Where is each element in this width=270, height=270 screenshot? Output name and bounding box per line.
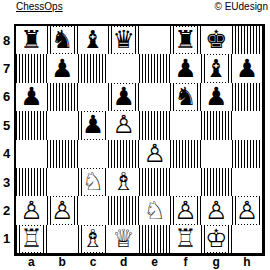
black-queen: ♛ <box>113 26 135 54</box>
square-h1[interactable] <box>232 225 263 253</box>
white-pawn: ♙ <box>174 197 196 225</box>
square-h3[interactable] <box>232 168 263 196</box>
square-b2[interactable]: ♙ <box>47 196 78 224</box>
white-king: ♔ <box>205 225 227 253</box>
square-c6[interactable] <box>78 83 109 111</box>
app-title: ChessOps <box>16 1 63 12</box>
square-c1[interactable]: ♗ <box>78 225 109 253</box>
square-e1[interactable] <box>139 225 170 253</box>
file-label-g: g <box>201 256 232 269</box>
square-a6[interactable]: ♟ <box>16 83 47 111</box>
square-g3[interactable] <box>201 168 232 196</box>
rank-labels: 87654321 <box>0 26 13 253</box>
square-h6[interactable] <box>232 83 263 111</box>
square-b6[interactable] <box>47 83 78 111</box>
square-h2[interactable]: ♙ <box>232 196 263 224</box>
file-label-c: c <box>78 256 109 269</box>
rank-label-1: 1 <box>0 225 13 253</box>
square-g4[interactable] <box>201 140 232 168</box>
black-king: ♚ <box>205 26 227 54</box>
black-pawn: ♟ <box>20 83 42 111</box>
square-e8[interactable] <box>139 26 170 54</box>
square-f6[interactable]: ♞ <box>170 83 201 111</box>
copyright-credit: © EUdesign <box>214 1 268 12</box>
file-label-b: b <box>47 256 78 269</box>
rank-label-8: 8 <box>0 26 13 54</box>
file-label-f: f <box>170 256 201 269</box>
rank-label-4: 4 <box>0 140 13 168</box>
file-label-d: d <box>108 256 139 269</box>
white-pawn: ♙ <box>236 197 258 225</box>
square-c7[interactable] <box>78 54 109 82</box>
square-f7[interactable]: ♟ <box>170 54 201 82</box>
file-label-a: a <box>16 256 47 269</box>
black-pawn: ♟ <box>82 111 104 139</box>
square-g5[interactable] <box>201 111 232 139</box>
square-d3[interactable]: ♗ <box>108 168 139 196</box>
rank-label-2: 2 <box>0 196 13 224</box>
square-a1[interactable]: ♖ <box>16 225 47 253</box>
square-e2[interactable]: ♘ <box>139 196 170 224</box>
square-g6[interactable]: ♟ <box>201 83 232 111</box>
rank-label-3: 3 <box>0 168 13 196</box>
square-e6[interactable] <box>139 83 170 111</box>
black-pawn: ♟ <box>174 55 196 83</box>
white-pawn: ♙ <box>143 140 165 168</box>
square-c3[interactable]: ♘ <box>78 168 109 196</box>
square-f2[interactable]: ♙ <box>170 196 201 224</box>
square-d8[interactable]: ♛ <box>108 26 139 54</box>
square-f8[interactable]: ♜ <box>170 26 201 54</box>
square-g1[interactable]: ♔ <box>201 225 232 253</box>
chess-board: ♜♞♝♛♜♚♟♟♝♟♟♟♞♟♟♙♙♘♗♙♙♘♙♙♙♖♗♕♖♔ <box>14 24 265 256</box>
rank-label-6: 6 <box>0 83 13 111</box>
rank-label-5: 5 <box>0 111 13 139</box>
file-label-e: e <box>139 256 170 269</box>
file-label-h: h <box>232 256 263 269</box>
square-c2[interactable] <box>78 196 109 224</box>
square-d7[interactable] <box>108 54 139 82</box>
square-e5[interactable] <box>139 111 170 139</box>
square-h4[interactable] <box>232 140 263 168</box>
square-f4[interactable] <box>170 140 201 168</box>
white-knight: ♘ <box>82 168 104 196</box>
white-pawn: ♙ <box>51 197 73 225</box>
black-pawn: ♟ <box>51 55 73 83</box>
square-f3[interactable] <box>170 168 201 196</box>
square-e3[interactable] <box>139 168 170 196</box>
rank-label-7: 7 <box>0 54 13 82</box>
square-g2[interactable]: ♙ <box>201 196 232 224</box>
square-a5[interactable] <box>16 111 47 139</box>
black-pawn: ♟ <box>205 83 227 111</box>
square-d6[interactable]: ♟ <box>108 83 139 111</box>
white-pawn: ♙ <box>20 197 42 225</box>
square-d4[interactable] <box>108 140 139 168</box>
square-f1[interactable]: ♖ <box>170 225 201 253</box>
square-b4[interactable] <box>47 140 78 168</box>
black-rook: ♜ <box>174 26 196 54</box>
square-b1[interactable] <box>47 225 78 253</box>
square-b3[interactable] <box>47 168 78 196</box>
square-h8[interactable] <box>232 26 263 54</box>
square-a3[interactable] <box>16 168 47 196</box>
square-f5[interactable] <box>170 111 201 139</box>
square-g7[interactable]: ♝ <box>201 54 232 82</box>
square-a7[interactable] <box>16 54 47 82</box>
white-pawn: ♙ <box>113 111 135 139</box>
square-a8[interactable]: ♜ <box>16 26 47 54</box>
black-pawn: ♟ <box>236 55 258 83</box>
square-e7[interactable] <box>139 54 170 82</box>
file-labels: abcdefgh <box>16 256 262 269</box>
black-knight: ♞ <box>174 83 196 111</box>
white-bishop: ♗ <box>82 225 104 253</box>
white-queen: ♕ <box>113 225 135 253</box>
black-bishop: ♝ <box>82 26 104 54</box>
square-a2[interactable]: ♙ <box>16 196 47 224</box>
square-b8[interactable]: ♞ <box>47 26 78 54</box>
square-c5[interactable]: ♟ <box>78 111 109 139</box>
white-rook: ♖ <box>20 225 42 253</box>
square-b5[interactable] <box>47 111 78 139</box>
square-g8[interactable]: ♚ <box>201 26 232 54</box>
white-bishop: ♗ <box>113 168 135 196</box>
black-bishop: ♝ <box>205 55 227 83</box>
square-d2[interactable] <box>108 196 139 224</box>
square-b7[interactable]: ♟ <box>47 54 78 82</box>
white-rook: ♖ <box>174 225 196 253</box>
white-knight: ♘ <box>143 197 165 225</box>
square-d1[interactable]: ♕ <box>108 225 139 253</box>
square-c8[interactable]: ♝ <box>78 26 109 54</box>
square-h5[interactable] <box>232 111 263 139</box>
square-e4[interactable]: ♙ <box>139 140 170 168</box>
square-h7[interactable]: ♟ <box>232 54 263 82</box>
square-a4[interactable] <box>16 140 47 168</box>
square-c4[interactable] <box>78 140 109 168</box>
white-pawn: ♙ <box>205 197 227 225</box>
black-pawn: ♟ <box>113 83 135 111</box>
black-knight: ♞ <box>51 26 73 54</box>
square-d5[interactable]: ♙ <box>108 111 139 139</box>
black-rook: ♜ <box>20 26 42 54</box>
